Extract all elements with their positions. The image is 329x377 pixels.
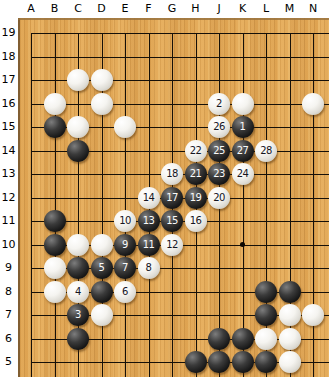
stone-D16 bbox=[91, 93, 113, 115]
move-number-15: 15 bbox=[166, 216, 178, 226]
row-label-11: 11 bbox=[0, 214, 17, 228]
stone-J14: 25 bbox=[208, 140, 230, 162]
column-label-G: G bbox=[163, 1, 181, 16]
stone-C15 bbox=[67, 116, 89, 138]
stone-B9 bbox=[44, 257, 66, 279]
stone-K6 bbox=[232, 328, 254, 350]
row-label-17: 17 bbox=[0, 73, 17, 87]
stone-C9 bbox=[67, 257, 89, 279]
stone-F10: 11 bbox=[138, 234, 160, 256]
stone-L8 bbox=[255, 281, 277, 303]
board-edge-left bbox=[18, 18, 20, 377]
move-number-23: 23 bbox=[213, 169, 225, 179]
stone-D8 bbox=[91, 281, 113, 303]
stone-G11: 15 bbox=[161, 210, 183, 232]
go-board[interactable]: 2261222527281821232414171920101315169111… bbox=[18, 18, 329, 377]
stone-M6 bbox=[279, 328, 301, 350]
grid-vline-K bbox=[243, 33, 244, 377]
stone-J5 bbox=[208, 351, 230, 373]
board-edge-top bbox=[18, 18, 329, 20]
column-label-D: D bbox=[93, 1, 111, 16]
move-number-5: 5 bbox=[99, 263, 105, 273]
stone-G13: 18 bbox=[161, 163, 183, 185]
column-label-H: H bbox=[187, 1, 205, 16]
stone-J16: 2 bbox=[208, 93, 230, 115]
stone-F12: 14 bbox=[138, 187, 160, 209]
stone-G12: 17 bbox=[161, 187, 183, 209]
stone-C6 bbox=[67, 328, 89, 350]
stone-E9: 7 bbox=[114, 257, 136, 279]
move-number-20: 20 bbox=[213, 193, 225, 203]
stone-E8: 6 bbox=[114, 281, 136, 303]
stone-K5 bbox=[232, 351, 254, 373]
stone-B11 bbox=[44, 210, 66, 232]
move-number-16: 16 bbox=[190, 216, 202, 226]
stone-K15: 1 bbox=[232, 116, 254, 138]
grid-hline-18 bbox=[31, 57, 329, 58]
stone-C10 bbox=[67, 234, 89, 256]
stone-C7: 3 bbox=[67, 304, 89, 326]
stone-J12: 20 bbox=[208, 187, 230, 209]
move-number-1: 1 bbox=[240, 122, 246, 132]
stone-L5 bbox=[255, 351, 277, 373]
stone-K13: 24 bbox=[232, 163, 254, 185]
row-label-12: 12 bbox=[0, 191, 17, 205]
move-number-9: 9 bbox=[122, 240, 128, 250]
move-number-24: 24 bbox=[237, 169, 249, 179]
row-label-14: 14 bbox=[0, 144, 17, 158]
column-label-E: E bbox=[116, 1, 134, 16]
stone-C8: 4 bbox=[67, 281, 89, 303]
row-label-6: 6 bbox=[0, 332, 17, 346]
stone-E11: 10 bbox=[114, 210, 136, 232]
move-number-6: 6 bbox=[122, 287, 128, 297]
column-label-C: C bbox=[69, 1, 87, 16]
row-label-16: 16 bbox=[0, 97, 17, 111]
stone-D9: 5 bbox=[91, 257, 113, 279]
grid-vline-E bbox=[125, 33, 126, 377]
row-label-9: 9 bbox=[0, 261, 17, 275]
move-number-27: 27 bbox=[237, 146, 249, 156]
move-number-14: 14 bbox=[143, 193, 155, 203]
stone-H12: 19 bbox=[185, 187, 207, 209]
move-number-7: 7 bbox=[122, 263, 128, 273]
stone-M7 bbox=[279, 304, 301, 326]
row-label-18: 18 bbox=[0, 50, 17, 64]
move-number-11: 11 bbox=[143, 240, 155, 250]
column-label-L: L bbox=[257, 1, 275, 16]
grid-hline-16 bbox=[31, 104, 329, 105]
move-number-18: 18 bbox=[166, 169, 178, 179]
column-label-A: A bbox=[22, 1, 40, 16]
row-label-19: 19 bbox=[0, 26, 17, 40]
stone-B8 bbox=[44, 281, 66, 303]
column-label-B: B bbox=[46, 1, 64, 16]
column-label-K: K bbox=[234, 1, 252, 16]
stone-J13: 23 bbox=[208, 163, 230, 185]
row-label-5: 5 bbox=[0, 355, 17, 369]
stone-H13: 21 bbox=[185, 163, 207, 185]
column-label-J: J bbox=[210, 1, 228, 16]
stone-L7 bbox=[255, 304, 277, 326]
stone-B10 bbox=[44, 234, 66, 256]
row-label-10: 10 bbox=[0, 238, 17, 252]
grid-hline-19 bbox=[31, 33, 329, 34]
grid-vline-B bbox=[55, 33, 56, 377]
move-number-22: 22 bbox=[190, 146, 202, 156]
move-number-8: 8 bbox=[146, 263, 152, 273]
stone-B15 bbox=[44, 116, 66, 138]
move-number-10: 10 bbox=[119, 216, 131, 226]
move-number-19: 19 bbox=[190, 193, 202, 203]
stone-N16 bbox=[302, 93, 324, 115]
go-game-diagram: ABCDEFGHJKLMN 1918171615141312111098765 … bbox=[0, 0, 329, 377]
move-number-26: 26 bbox=[213, 122, 225, 132]
stone-B16 bbox=[44, 93, 66, 115]
move-number-25: 25 bbox=[213, 146, 225, 156]
stone-F11: 13 bbox=[138, 210, 160, 232]
stone-L14: 28 bbox=[255, 140, 277, 162]
stone-N7 bbox=[302, 304, 324, 326]
move-number-28: 28 bbox=[260, 146, 272, 156]
column-label-F: F bbox=[140, 1, 158, 16]
stone-C14 bbox=[67, 140, 89, 162]
stone-E10: 9 bbox=[114, 234, 136, 256]
move-number-3: 3 bbox=[75, 310, 81, 320]
column-label-N: N bbox=[304, 1, 322, 16]
stone-D10 bbox=[91, 234, 113, 256]
stone-D7 bbox=[91, 304, 113, 326]
row-label-15: 15 bbox=[0, 120, 17, 134]
stone-G10: 12 bbox=[161, 234, 183, 256]
stone-C17 bbox=[67, 69, 89, 91]
stone-K14: 27 bbox=[232, 140, 254, 162]
row-label-13: 13 bbox=[0, 167, 17, 181]
grid-vline-A bbox=[31, 33, 32, 377]
stone-E15 bbox=[114, 116, 136, 138]
move-number-13: 13 bbox=[143, 216, 155, 226]
move-number-4: 4 bbox=[75, 287, 81, 297]
row-label-8: 8 bbox=[0, 285, 17, 299]
stone-K16 bbox=[232, 93, 254, 115]
stone-J15: 26 bbox=[208, 116, 230, 138]
stone-H14: 22 bbox=[185, 140, 207, 162]
stone-F9: 8 bbox=[138, 257, 160, 279]
stone-M5 bbox=[279, 351, 301, 373]
stone-L6 bbox=[255, 328, 277, 350]
move-number-12: 12 bbox=[166, 240, 178, 250]
stone-D17 bbox=[91, 69, 113, 91]
stone-H5 bbox=[185, 351, 207, 373]
move-number-17: 17 bbox=[166, 193, 178, 203]
stone-M8 bbox=[279, 281, 301, 303]
row-label-7: 7 bbox=[0, 308, 17, 322]
stone-J6 bbox=[208, 328, 230, 350]
move-number-21: 21 bbox=[190, 169, 202, 179]
column-label-M: M bbox=[281, 1, 299, 16]
move-number-2: 2 bbox=[216, 99, 222, 109]
stone-H11: 16 bbox=[185, 210, 207, 232]
star-point-K10 bbox=[240, 242, 245, 247]
